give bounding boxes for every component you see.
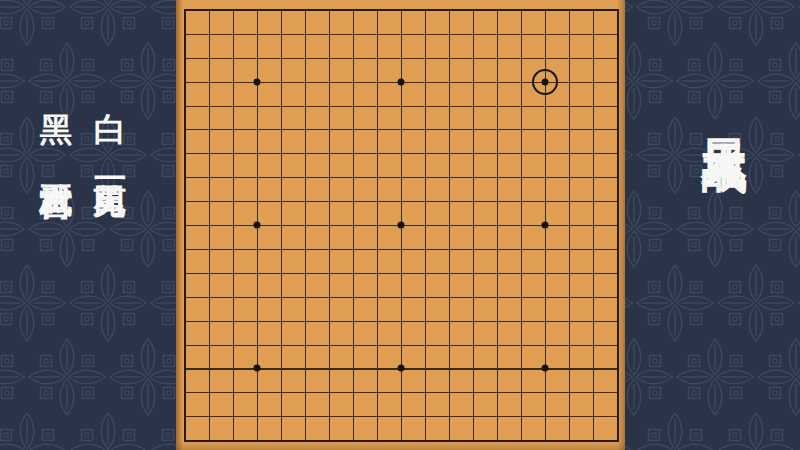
- intersection: [413, 261, 437, 285]
- intersection: [197, 22, 221, 46]
- intersection: [245, 70, 269, 94]
- intersection: [197, 237, 221, 261]
- intersection: [197, 213, 221, 237]
- intersection: [365, 309, 389, 333]
- intersection: [533, 261, 557, 285]
- intersection: [557, 46, 581, 70]
- intersection: [176, 0, 197, 22]
- intersection: [605, 165, 625, 189]
- intersection: [533, 118, 557, 142]
- star-point: [254, 365, 261, 372]
- intersection: [533, 333, 557, 357]
- intersection: [461, 309, 485, 333]
- intersection: [221, 94, 245, 118]
- intersection: [221, 309, 245, 333]
- intersection: [437, 0, 461, 22]
- intersection: [581, 22, 605, 46]
- intersection: [509, 141, 533, 165]
- intersection: [269, 428, 293, 450]
- intersection: [605, 213, 625, 237]
- intersection: [485, 333, 509, 357]
- intersection: [509, 309, 533, 333]
- intersection: [365, 141, 389, 165]
- intersection: [197, 261, 221, 285]
- intersection: [437, 213, 461, 237]
- intersection: [365, 237, 389, 261]
- intersection: [176, 356, 197, 380]
- intersection: [365, 261, 389, 285]
- intersection: [341, 213, 365, 237]
- intersection: [581, 165, 605, 189]
- intersection: [221, 0, 245, 22]
- intersection: [437, 261, 461, 285]
- intersection: [437, 380, 461, 404]
- intersection: [389, 237, 413, 261]
- intersection: [176, 333, 197, 357]
- intersection: [485, 0, 509, 22]
- intersection: [197, 118, 221, 142]
- intersection: [317, 428, 341, 450]
- intersection: [317, 94, 341, 118]
- intersection: [317, 380, 341, 404]
- intersection: [581, 0, 605, 22]
- intersection: [557, 404, 581, 428]
- intersection: [581, 213, 605, 237]
- intersection: [437, 70, 461, 94]
- intersection: [389, 22, 413, 46]
- intersection: [269, 213, 293, 237]
- intersection: [269, 118, 293, 142]
- intersection: [365, 165, 389, 189]
- intersection: [293, 94, 317, 118]
- intersection: [176, 70, 197, 94]
- intersection: [557, 309, 581, 333]
- intersection: [269, 261, 293, 285]
- intersection: [533, 237, 557, 261]
- intersection: [245, 333, 269, 357]
- star-point: [398, 78, 405, 85]
- intersection: [437, 189, 461, 213]
- intersection: [341, 356, 365, 380]
- intersection: [365, 0, 389, 22]
- intersection: [461, 189, 485, 213]
- intersection: [461, 165, 485, 189]
- intersection: [221, 285, 245, 309]
- intersection: [245, 189, 269, 213]
- intersection: [269, 46, 293, 70]
- intersection: [317, 285, 341, 309]
- intersection: [533, 189, 557, 213]
- intersection: [293, 380, 317, 404]
- intersection: [485, 404, 509, 428]
- intersection: [605, 285, 625, 309]
- intersection: [461, 0, 485, 22]
- intersection: [176, 428, 197, 450]
- intersection: [509, 70, 533, 94]
- intersection: [197, 70, 221, 94]
- broadcast-frame: 白 苑田勇一 黑 武宫正树 日本天元战: [0, 0, 800, 450]
- intersection: [365, 70, 389, 94]
- intersection: [365, 380, 389, 404]
- intersection: [317, 22, 341, 46]
- intersection: [341, 22, 365, 46]
- intersection: [533, 428, 557, 450]
- intersection: [533, 165, 557, 189]
- intersection: [533, 380, 557, 404]
- intersection: [509, 94, 533, 118]
- intersection: [581, 46, 605, 70]
- intersection: [605, 94, 625, 118]
- intersection: [533, 94, 557, 118]
- intersection: [461, 46, 485, 70]
- intersection: [176, 380, 197, 404]
- intersection: [341, 261, 365, 285]
- intersection: [461, 333, 485, 357]
- intersection: [461, 428, 485, 450]
- intersection: [509, 213, 533, 237]
- intersection: [557, 70, 581, 94]
- intersection: [461, 118, 485, 142]
- intersection: [269, 309, 293, 333]
- intersection: [533, 0, 557, 22]
- intersection: [461, 380, 485, 404]
- intersection: [605, 46, 625, 70]
- intersection: [485, 165, 509, 189]
- intersection: [317, 213, 341, 237]
- intersection: [461, 94, 485, 118]
- intersection: [413, 404, 437, 428]
- intersection: [245, 22, 269, 46]
- intersection: [509, 380, 533, 404]
- intersection: [245, 94, 269, 118]
- intersection: [365, 94, 389, 118]
- intersection: [461, 404, 485, 428]
- intersection: [245, 141, 269, 165]
- intersection: [509, 165, 533, 189]
- intersection: [365, 404, 389, 428]
- intersection: [557, 165, 581, 189]
- go-board: [176, 0, 625, 450]
- intersection: [245, 165, 269, 189]
- intersection: [176, 189, 197, 213]
- intersection: [365, 285, 389, 309]
- intersection: [581, 285, 605, 309]
- intersection: [317, 70, 341, 94]
- intersection: [389, 261, 413, 285]
- intersection: [533, 213, 557, 237]
- intersection: [293, 333, 317, 357]
- intersection: [269, 70, 293, 94]
- intersection: [557, 94, 581, 118]
- intersection: [293, 237, 317, 261]
- intersection: [557, 380, 581, 404]
- intersection: [221, 380, 245, 404]
- intersection: [293, 261, 317, 285]
- intersection: [365, 189, 389, 213]
- intersection: [413, 118, 437, 142]
- intersection: [485, 70, 509, 94]
- intersection: [605, 189, 625, 213]
- intersection: [437, 22, 461, 46]
- intersection: [245, 118, 269, 142]
- star-point: [398, 365, 405, 372]
- intersection: [461, 356, 485, 380]
- intersection: [605, 404, 625, 428]
- intersection: [461, 22, 485, 46]
- intersection: [197, 46, 221, 70]
- intersection: [437, 141, 461, 165]
- intersection: [197, 141, 221, 165]
- intersection: [293, 189, 317, 213]
- intersection: [485, 213, 509, 237]
- intersection: [341, 237, 365, 261]
- intersection: [485, 22, 509, 46]
- intersection: [389, 380, 413, 404]
- intersection: [341, 141, 365, 165]
- intersection: [245, 285, 269, 309]
- intersection: [461, 141, 485, 165]
- intersection: [245, 309, 269, 333]
- intersection: [293, 22, 317, 46]
- intersection: [293, 0, 317, 22]
- intersection: [581, 356, 605, 380]
- intersection: [197, 165, 221, 189]
- intersection: [389, 141, 413, 165]
- intersection: [221, 237, 245, 261]
- intersection: [389, 333, 413, 357]
- intersection: [437, 356, 461, 380]
- intersection: [557, 237, 581, 261]
- intersection: [437, 428, 461, 450]
- intersection: [605, 118, 625, 142]
- intersection: [293, 404, 317, 428]
- intersection: [269, 333, 293, 357]
- intersection: [176, 213, 197, 237]
- intersection: [413, 213, 437, 237]
- intersection: [605, 141, 625, 165]
- intersection: [176, 118, 197, 142]
- intersection: [221, 46, 245, 70]
- intersection: [509, 22, 533, 46]
- intersection: [485, 261, 509, 285]
- intersection: [269, 380, 293, 404]
- intersection: [557, 213, 581, 237]
- intersection: [485, 118, 509, 142]
- intersection: [437, 165, 461, 189]
- intersection: [557, 261, 581, 285]
- intersection: [413, 141, 437, 165]
- intersection: [437, 237, 461, 261]
- intersection: [485, 380, 509, 404]
- intersection: [533, 22, 557, 46]
- intersection: [389, 285, 413, 309]
- intersection: [605, 333, 625, 357]
- intersection: [269, 22, 293, 46]
- intersection: [437, 46, 461, 70]
- intersection: [197, 404, 221, 428]
- intersection: [269, 141, 293, 165]
- intersection: [221, 165, 245, 189]
- intersection: [317, 237, 341, 261]
- intersection: [605, 261, 625, 285]
- intersection: [197, 285, 221, 309]
- intersection: [176, 165, 197, 189]
- intersection: [389, 70, 413, 94]
- intersection: [245, 46, 269, 70]
- intersection: [341, 428, 365, 450]
- intersection: [176, 285, 197, 309]
- intersection: [317, 356, 341, 380]
- intersection: [293, 356, 317, 380]
- intersection: [533, 404, 557, 428]
- intersection: [509, 428, 533, 450]
- intersection: [341, 333, 365, 357]
- intersection: [389, 189, 413, 213]
- black-label: 黑: [39, 88, 73, 89]
- intersection: [533, 141, 557, 165]
- intersection: [605, 309, 625, 333]
- intersection: [437, 118, 461, 142]
- intersection: [413, 165, 437, 189]
- intersection: [485, 94, 509, 118]
- intersection: [413, 22, 437, 46]
- intersection: [197, 428, 221, 450]
- intersection: [269, 94, 293, 118]
- intersection: [413, 428, 437, 450]
- intersection: [341, 285, 365, 309]
- intersection: [413, 46, 437, 70]
- intersection: [293, 309, 317, 333]
- event-title: 日本天元战: [701, 103, 749, 113]
- intersection: [485, 428, 509, 450]
- intersection: [317, 141, 341, 165]
- intersection: [221, 333, 245, 357]
- intersection: [341, 94, 365, 118]
- go-board-grid: [176, 0, 625, 450]
- intersection: [341, 189, 365, 213]
- intersection: [389, 0, 413, 22]
- intersection: [245, 380, 269, 404]
- intersection: [317, 165, 341, 189]
- intersection: [557, 22, 581, 46]
- intersection: [485, 141, 509, 165]
- intersection: [365, 213, 389, 237]
- intersection: [485, 189, 509, 213]
- intersection: [341, 118, 365, 142]
- intersection: [533, 309, 557, 333]
- intersection: [509, 261, 533, 285]
- star-point: [542, 222, 549, 229]
- intersection: [605, 380, 625, 404]
- intersection: [509, 46, 533, 70]
- intersection: [317, 46, 341, 70]
- intersection: [605, 0, 625, 22]
- intersection: [176, 22, 197, 46]
- intersection: [581, 237, 605, 261]
- intersection: [581, 380, 605, 404]
- intersection: [509, 189, 533, 213]
- intersection: [317, 333, 341, 357]
- intersection: [485, 237, 509, 261]
- intersection: [245, 428, 269, 450]
- intersection: [485, 356, 509, 380]
- intersection: [221, 118, 245, 142]
- intersection: [341, 380, 365, 404]
- star-point: [542, 365, 549, 372]
- intersection: [509, 356, 533, 380]
- intersection: [269, 404, 293, 428]
- intersection: [341, 46, 365, 70]
- intersection: [293, 118, 317, 142]
- intersection: [485, 46, 509, 70]
- intersection: [245, 356, 269, 380]
- intersection: [221, 213, 245, 237]
- intersection: [509, 237, 533, 261]
- star-point: [254, 78, 261, 85]
- intersection: [413, 0, 437, 22]
- intersection: [341, 309, 365, 333]
- intersection: [245, 213, 269, 237]
- intersection: [269, 0, 293, 22]
- intersection: [509, 333, 533, 357]
- intersection: [389, 309, 413, 333]
- intersection: [533, 46, 557, 70]
- intersection: [389, 428, 413, 450]
- intersection: [197, 0, 221, 22]
- intersection: [176, 94, 197, 118]
- intersection: [197, 380, 221, 404]
- intersection: [197, 356, 221, 380]
- intersection: [245, 237, 269, 261]
- intersection: [365, 46, 389, 70]
- intersection: [485, 285, 509, 309]
- intersection: [557, 428, 581, 450]
- white-label: 白: [93, 87, 127, 88]
- intersection: [581, 94, 605, 118]
- intersection: [197, 309, 221, 333]
- intersection: [509, 0, 533, 22]
- intersection: [365, 428, 389, 450]
- intersection: [176, 141, 197, 165]
- star-point: [398, 222, 405, 229]
- intersection: [605, 356, 625, 380]
- intersection: [269, 165, 293, 189]
- intersection: [413, 309, 437, 333]
- intersection: [293, 285, 317, 309]
- intersection: [317, 404, 341, 428]
- intersection: [221, 261, 245, 285]
- intersection: [413, 94, 437, 118]
- intersection: [317, 118, 341, 142]
- intersection: [197, 189, 221, 213]
- intersection: [437, 94, 461, 118]
- intersection: [317, 309, 341, 333]
- intersection: [581, 333, 605, 357]
- intersection: [341, 0, 365, 22]
- intersection: [509, 118, 533, 142]
- intersection: [317, 189, 341, 213]
- intersection: [413, 285, 437, 309]
- intersection: [461, 237, 485, 261]
- intersection: [245, 261, 269, 285]
- intersection: [533, 285, 557, 309]
- intersection: [221, 356, 245, 380]
- intersection: [317, 261, 341, 285]
- intersection: [221, 404, 245, 428]
- intersection: [293, 141, 317, 165]
- intersection: [533, 356, 557, 380]
- intersection: [413, 356, 437, 380]
